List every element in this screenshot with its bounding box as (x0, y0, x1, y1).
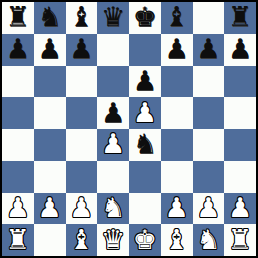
square-b7[interactable]: ♟ (34, 34, 66, 66)
square-b4[interactable] (34, 129, 66, 161)
white-bishop-piece[interactable]: ♝ (69, 226, 93, 253)
white-pawn-piece[interactable]: ♟ (38, 194, 62, 221)
black-bishop-piece[interactable]: ♝ (69, 3, 93, 30)
square-g4[interactable] (193, 129, 225, 161)
square-b3[interactable] (34, 161, 66, 193)
square-d4[interactable]: ♟ (97, 129, 129, 161)
square-f4[interactable] (161, 129, 193, 161)
square-c1[interactable]: ♝ (66, 224, 98, 256)
square-f6[interactable] (161, 66, 193, 98)
square-h6[interactable] (224, 66, 256, 98)
square-a7[interactable]: ♟ (2, 34, 34, 66)
square-f3[interactable] (161, 161, 193, 193)
black-knight-piece[interactable]: ♞ (133, 130, 157, 157)
square-e6[interactable]: ♟ (129, 66, 161, 98)
square-g1[interactable]: ♞ (193, 224, 225, 256)
square-d8[interactable]: ♛ (97, 2, 129, 34)
square-f7[interactable]: ♟ (161, 34, 193, 66)
square-c3[interactable] (66, 161, 98, 193)
square-c2[interactable]: ♟ (66, 193, 98, 225)
white-rook-piece[interactable]: ♜ (6, 226, 30, 253)
white-pawn-piece[interactable]: ♟ (196, 194, 220, 221)
black-pawn-piece[interactable]: ♟ (101, 99, 125, 126)
black-rook-piece[interactable]: ♜ (228, 3, 252, 30)
chess-board: ♜♞♝♛♚♝♜♟♟♟♟♟♟♟♟♟♟♞♟♟♟♞♟♟♟♜♝♛♚♝♞♜ (0, 0, 258, 258)
white-pawn-piece[interactable]: ♟ (133, 99, 157, 126)
black-rook-piece[interactable]: ♜ (6, 3, 30, 30)
square-a1[interactable]: ♜ (2, 224, 34, 256)
square-d5[interactable]: ♟ (97, 97, 129, 129)
square-a8[interactable]: ♜ (2, 2, 34, 34)
square-e2[interactable] (129, 193, 161, 225)
square-h5[interactable] (224, 97, 256, 129)
square-d1[interactable]: ♛ (97, 224, 129, 256)
square-b5[interactable] (34, 97, 66, 129)
square-a3[interactable] (2, 161, 34, 193)
white-pawn-piece[interactable]: ♟ (101, 130, 125, 157)
square-a4[interactable] (2, 129, 34, 161)
square-h3[interactable] (224, 161, 256, 193)
square-g7[interactable]: ♟ (193, 34, 225, 66)
square-b8[interactable]: ♞ (34, 2, 66, 34)
square-b2[interactable]: ♟ (34, 193, 66, 225)
square-d7[interactable] (97, 34, 129, 66)
white-pawn-piece[interactable]: ♟ (69, 194, 93, 221)
square-c5[interactable] (66, 97, 98, 129)
square-f8[interactable]: ♝ (161, 2, 193, 34)
black-queen-piece[interactable]: ♛ (101, 3, 125, 30)
square-c6[interactable] (66, 66, 98, 98)
square-g2[interactable]: ♟ (193, 193, 225, 225)
square-a6[interactable] (2, 66, 34, 98)
white-knight-piece[interactable]: ♞ (196, 226, 220, 253)
square-c7[interactable]: ♟ (66, 34, 98, 66)
square-d2[interactable]: ♞ (97, 193, 129, 225)
square-h2[interactable]: ♟ (224, 193, 256, 225)
white-pawn-piece[interactable]: ♟ (165, 194, 189, 221)
black-pawn-piece[interactable]: ♟ (69, 35, 93, 62)
white-pawn-piece[interactable]: ♟ (6, 194, 30, 221)
square-g6[interactable] (193, 66, 225, 98)
square-e4[interactable]: ♞ (129, 129, 161, 161)
square-c8[interactable]: ♝ (66, 2, 98, 34)
square-h4[interactable] (224, 129, 256, 161)
square-e1[interactable]: ♚ (129, 224, 161, 256)
square-f1[interactable]: ♝ (161, 224, 193, 256)
white-queen-piece[interactable]: ♛ (101, 226, 125, 253)
white-king-piece[interactable]: ♚ (133, 226, 157, 253)
white-pawn-piece[interactable]: ♟ (228, 194, 252, 221)
black-pawn-piece[interactable]: ♟ (38, 35, 62, 62)
square-b1[interactable] (34, 224, 66, 256)
square-c4[interactable] (66, 129, 98, 161)
black-pawn-piece[interactable]: ♟ (165, 35, 189, 62)
square-d6[interactable] (97, 66, 129, 98)
black-knight-piece[interactable]: ♞ (38, 3, 62, 30)
square-e5[interactable]: ♟ (129, 97, 161, 129)
black-bishop-piece[interactable]: ♝ (165, 3, 189, 30)
square-g5[interactable] (193, 97, 225, 129)
square-f5[interactable] (161, 97, 193, 129)
black-pawn-piece[interactable]: ♟ (6, 35, 30, 62)
square-g3[interactable] (193, 161, 225, 193)
square-h7[interactable]: ♟ (224, 34, 256, 66)
white-rook-piece[interactable]: ♜ (228, 226, 252, 253)
black-pawn-piece[interactable]: ♟ (196, 35, 220, 62)
square-e7[interactable] (129, 34, 161, 66)
square-a2[interactable]: ♟ (2, 193, 34, 225)
square-e8[interactable]: ♚ (129, 2, 161, 34)
black-pawn-piece[interactable]: ♟ (228, 35, 252, 62)
white-bishop-piece[interactable]: ♝ (165, 226, 189, 253)
white-knight-piece[interactable]: ♞ (101, 194, 125, 221)
black-king-piece[interactable]: ♚ (133, 3, 157, 30)
square-g8[interactable] (193, 2, 225, 34)
square-h1[interactable]: ♜ (224, 224, 256, 256)
square-h8[interactable]: ♜ (224, 2, 256, 34)
square-f2[interactable]: ♟ (161, 193, 193, 225)
square-a5[interactable] (2, 97, 34, 129)
square-b6[interactable] (34, 66, 66, 98)
square-e3[interactable] (129, 161, 161, 193)
black-pawn-piece[interactable]: ♟ (133, 67, 157, 94)
square-d3[interactable] (97, 161, 129, 193)
